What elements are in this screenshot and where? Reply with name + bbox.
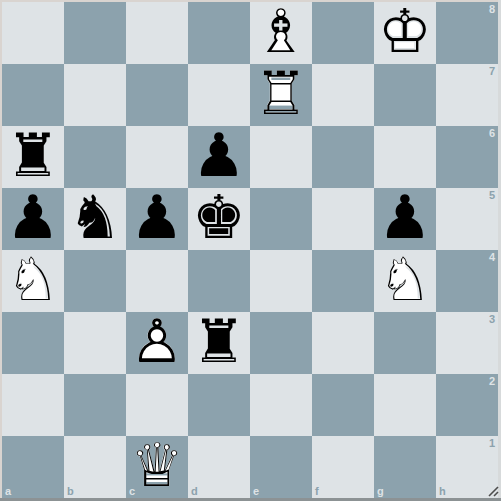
square-d2[interactable]: [188, 374, 250, 436]
black-knight-glyph: ♞: [64, 188, 126, 250]
black-knight[interactable]: ♞: [64, 188, 126, 250]
square-h5[interactable]: 5: [436, 188, 498, 250]
square-g2[interactable]: [374, 374, 436, 436]
white-pawn[interactable]: ♟♙: [126, 312, 188, 374]
black-rook[interactable]: ♜: [2, 126, 64, 188]
square-g7[interactable]: [374, 64, 436, 126]
black-pawn-glyph: ♟: [374, 188, 436, 250]
square-c1[interactable]: c♛♕: [126, 436, 188, 498]
square-e8[interactable]: ♝♗: [250, 2, 312, 64]
square-g8[interactable]: ♚♔: [374, 2, 436, 64]
white-king-outline-glyph: ♔: [374, 2, 436, 64]
white-queen[interactable]: ♛♕: [126, 436, 188, 498]
square-a1[interactable]: a: [2, 436, 64, 498]
square-c6[interactable]: [126, 126, 188, 188]
square-b6[interactable]: [64, 126, 126, 188]
rank-label-1: 1: [489, 437, 495, 449]
square-b7[interactable]: [64, 64, 126, 126]
square-b8[interactable]: [64, 2, 126, 64]
square-h4[interactable]: 4: [436, 250, 498, 312]
square-f5[interactable]: [312, 188, 374, 250]
square-f2[interactable]: [312, 374, 374, 436]
square-g3[interactable]: [374, 312, 436, 374]
white-knight[interactable]: ♞♘: [374, 250, 436, 312]
black-pawn-glyph: ♟: [126, 188, 188, 250]
black-pawn[interactable]: ♟: [188, 126, 250, 188]
black-pawn[interactable]: ♟: [374, 188, 436, 250]
square-b5[interactable]: ♞: [64, 188, 126, 250]
rank-label-4: 4: [489, 251, 495, 263]
rank-label-3: 3: [489, 313, 495, 325]
square-d3[interactable]: ♜: [188, 312, 250, 374]
square-e3[interactable]: [250, 312, 312, 374]
square-c4[interactable]: [126, 250, 188, 312]
file-label-g: g: [377, 485, 384, 497]
file-label-e: e: [253, 485, 259, 497]
square-f3[interactable]: [312, 312, 374, 374]
file-label-a: a: [5, 485, 11, 497]
white-knight-outline-glyph: ♘: [374, 250, 436, 312]
file-label-b: b: [67, 485, 74, 497]
square-e7[interactable]: ♜♖: [250, 64, 312, 126]
square-c2[interactable]: [126, 374, 188, 436]
rank-label-8: 8: [489, 3, 495, 15]
square-g1[interactable]: g: [374, 436, 436, 498]
square-b4[interactable]: [64, 250, 126, 312]
square-a8[interactable]: [2, 2, 64, 64]
file-label-f: f: [315, 485, 319, 497]
square-d1[interactable]: d: [188, 436, 250, 498]
square-h2[interactable]: 2: [436, 374, 498, 436]
black-pawn-glyph: ♟: [2, 188, 64, 250]
square-c5[interactable]: ♟: [126, 188, 188, 250]
square-b2[interactable]: [64, 374, 126, 436]
square-d5[interactable]: ♚: [188, 188, 250, 250]
rank-label-6: 6: [489, 127, 495, 139]
rank-label-2: 2: [489, 375, 495, 387]
white-bishop-outline-glyph: ♗: [250, 2, 312, 64]
black-pawn-glyph: ♟: [188, 126, 250, 188]
square-c8[interactable]: [126, 2, 188, 64]
square-a7[interactable]: [2, 64, 64, 126]
white-queen-outline-glyph: ♕: [126, 436, 188, 498]
file-label-d: d: [191, 485, 198, 497]
square-e2[interactable]: [250, 374, 312, 436]
black-rook-glyph: ♜: [2, 126, 64, 188]
square-e5[interactable]: [250, 188, 312, 250]
chess-board: ♝♗♚♔8♜♖7♜♟6♟♞♟♚♟5♞♘♞♘4♟♙♜32abc♛♕defg1h: [2, 2, 498, 498]
square-f7[interactable]: [312, 64, 374, 126]
square-h7[interactable]: 7: [436, 64, 498, 126]
square-f6[interactable]: [312, 126, 374, 188]
square-d6[interactable]: ♟: [188, 126, 250, 188]
square-f8[interactable]: [312, 2, 374, 64]
square-d8[interactable]: [188, 2, 250, 64]
white-knight[interactable]: ♞♘: [2, 250, 64, 312]
rank-label-7: 7: [489, 65, 495, 77]
square-g6[interactable]: [374, 126, 436, 188]
square-a6[interactable]: ♜: [2, 126, 64, 188]
square-a5[interactable]: ♟: [2, 188, 64, 250]
square-c7[interactable]: [126, 64, 188, 126]
square-e6[interactable]: [250, 126, 312, 188]
white-rook[interactable]: ♜♖: [250, 64, 312, 126]
square-e1[interactable]: e: [250, 436, 312, 498]
resize-grip-icon[interactable]: [487, 485, 499, 497]
black-pawn[interactable]: ♟: [126, 188, 188, 250]
square-d7[interactable]: [188, 64, 250, 126]
square-c3[interactable]: ♟♙: [126, 312, 188, 374]
black-rook-glyph: ♜: [188, 312, 250, 374]
black-pawn[interactable]: ♟: [2, 188, 64, 250]
square-e4[interactable]: [250, 250, 312, 312]
square-d4[interactable]: [188, 250, 250, 312]
white-king[interactable]: ♚♔: [374, 2, 436, 64]
white-pawn-outline-glyph: ♙: [126, 312, 188, 374]
square-b1[interactable]: b: [64, 436, 126, 498]
rank-label-5: 5: [489, 189, 495, 201]
black-king[interactable]: ♚: [188, 188, 250, 250]
square-f1[interactable]: f: [312, 436, 374, 498]
white-knight-outline-glyph: ♘: [2, 250, 64, 312]
square-b3[interactable]: [64, 312, 126, 374]
square-h8[interactable]: 8: [436, 2, 498, 64]
black-king-glyph: ♚: [188, 188, 250, 250]
square-f4[interactable]: [312, 250, 374, 312]
square-a2[interactable]: [2, 374, 64, 436]
white-bishop[interactable]: ♝♗: [250, 2, 312, 64]
board-frame: ♝♗♚♔8♜♖7♜♟6♟♞♟♚♟5♞♘♞♘4♟♙♜32abc♛♕defg1h: [0, 0, 501, 501]
square-a4[interactable]: ♞♘: [2, 250, 64, 312]
square-g4[interactable]: ♞♘: [374, 250, 436, 312]
black-rook[interactable]: ♜: [188, 312, 250, 374]
white-rook-outline-glyph: ♖: [250, 64, 312, 126]
square-h6[interactable]: 6: [436, 126, 498, 188]
square-a3[interactable]: [2, 312, 64, 374]
square-g5[interactable]: ♟: [374, 188, 436, 250]
file-label-h: h: [439, 485, 446, 497]
square-h3[interactable]: 3: [436, 312, 498, 374]
